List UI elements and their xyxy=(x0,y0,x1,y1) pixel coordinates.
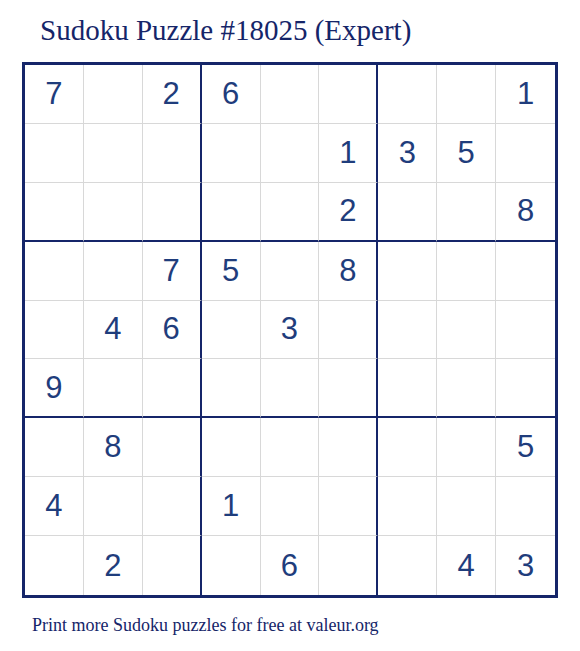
sudoku-cell-r4c3: 7 xyxy=(143,242,202,301)
sudoku-cell-r5c1 xyxy=(25,301,84,360)
sudoku-cell-r6c3 xyxy=(143,359,202,418)
sudoku-cell-r8c7 xyxy=(378,477,437,536)
sudoku-cell-r3c9: 8 xyxy=(496,183,555,242)
sudoku-cell-r4c5 xyxy=(261,242,320,301)
sudoku-cell-r6c1: 9 xyxy=(25,359,84,418)
sudoku-cell-r9c7 xyxy=(378,536,437,595)
sudoku-cell-r6c4 xyxy=(202,359,261,418)
sudoku-cell-r1c3: 2 xyxy=(143,65,202,124)
sudoku-cell-r1c4: 6 xyxy=(202,65,261,124)
sudoku-cell-r9c2: 2 xyxy=(84,536,143,595)
sudoku-cell-r3c5 xyxy=(261,183,320,242)
sudoku-cell-r3c8 xyxy=(437,183,496,242)
sudoku-cell-r7c4 xyxy=(202,418,261,477)
sudoku-cell-r3c2 xyxy=(84,183,143,242)
sudoku-cell-r9c5: 6 xyxy=(261,536,320,595)
sudoku-cell-r9c4 xyxy=(202,536,261,595)
sudoku-cell-r9c9: 3 xyxy=(496,536,555,595)
sudoku-cell-r2c6: 1 xyxy=(319,124,378,183)
sudoku-cell-r8c4: 1 xyxy=(202,477,261,536)
sudoku-cell-r9c8: 4 xyxy=(437,536,496,595)
sudoku-cell-r6c8 xyxy=(437,359,496,418)
sudoku-cell-r9c1 xyxy=(25,536,84,595)
sudoku-cell-r8c8 xyxy=(437,477,496,536)
sudoku-cell-r2c7: 3 xyxy=(378,124,437,183)
sudoku-cell-r4c7 xyxy=(378,242,437,301)
sudoku-cell-r6c9 xyxy=(496,359,555,418)
sudoku-board: 726113528758463985412643 xyxy=(22,62,558,598)
sudoku-cell-r2c9 xyxy=(496,124,555,183)
sudoku-cell-r1c9: 1 xyxy=(496,65,555,124)
sudoku-cell-r6c2 xyxy=(84,359,143,418)
sudoku-cell-r1c6 xyxy=(319,65,378,124)
sudoku-cell-r2c1 xyxy=(25,124,84,183)
sudoku-cell-r1c5 xyxy=(261,65,320,124)
sudoku-cell-r5c6 xyxy=(319,301,378,360)
sudoku-cell-r4c4: 5 xyxy=(202,242,261,301)
sudoku-cell-r2c8: 5 xyxy=(437,124,496,183)
sudoku-cell-r2c3 xyxy=(143,124,202,183)
sudoku-cell-r4c1 xyxy=(25,242,84,301)
sudoku-cell-r3c1 xyxy=(25,183,84,242)
sudoku-cell-r7c7 xyxy=(378,418,437,477)
sudoku-cell-r4c8 xyxy=(437,242,496,301)
sudoku-cell-r3c3 xyxy=(143,183,202,242)
sudoku-cell-r8c6 xyxy=(319,477,378,536)
sudoku-cell-r6c5 xyxy=(261,359,320,418)
sudoku-cell-r1c2 xyxy=(84,65,143,124)
sudoku-cell-r1c8 xyxy=(437,65,496,124)
sudoku-cell-r1c7 xyxy=(378,65,437,124)
sudoku-cell-r1c1: 7 xyxy=(25,65,84,124)
footer-note: Print more Sudoku puzzles for free at va… xyxy=(32,615,379,636)
sudoku-cell-r4c9 xyxy=(496,242,555,301)
sudoku-cell-r7c8 xyxy=(437,418,496,477)
sudoku-cell-r4c6: 8 xyxy=(319,242,378,301)
sudoku-cell-r8c1: 4 xyxy=(25,477,84,536)
sudoku-cell-r2c5 xyxy=(261,124,320,183)
sudoku-cell-r6c6 xyxy=(319,359,378,418)
sudoku-cell-r8c3 xyxy=(143,477,202,536)
page-title: Sudoku Puzzle #18025 (Expert) xyxy=(40,14,411,47)
sudoku-cell-r5c8 xyxy=(437,301,496,360)
sudoku-cell-r5c3: 6 xyxy=(143,301,202,360)
sudoku-cell-r8c2 xyxy=(84,477,143,536)
sudoku-cell-r3c4 xyxy=(202,183,261,242)
sudoku-cell-r7c5 xyxy=(261,418,320,477)
sudoku-cell-r9c6 xyxy=(319,536,378,595)
sudoku-cell-r8c9 xyxy=(496,477,555,536)
sudoku-cell-r2c4 xyxy=(202,124,261,183)
sudoku-cell-r3c6: 2 xyxy=(319,183,378,242)
sudoku-cell-r2c2 xyxy=(84,124,143,183)
sudoku-cell-r7c9: 5 xyxy=(496,418,555,477)
sudoku-cell-r5c4 xyxy=(202,301,261,360)
sudoku-cell-r3c7 xyxy=(378,183,437,242)
sudoku-cell-r6c7 xyxy=(378,359,437,418)
sudoku-cell-r4c2 xyxy=(84,242,143,301)
sudoku-cell-r7c1 xyxy=(25,418,84,477)
sudoku-cell-r9c3 xyxy=(143,536,202,595)
sudoku-cell-r5c5: 3 xyxy=(261,301,320,360)
sudoku-cell-r7c6 xyxy=(319,418,378,477)
sudoku-cell-r5c9 xyxy=(496,301,555,360)
sudoku-cell-r7c2: 8 xyxy=(84,418,143,477)
sudoku-cell-r7c3 xyxy=(143,418,202,477)
sudoku-cell-r5c2: 4 xyxy=(84,301,143,360)
sudoku-cell-r5c7 xyxy=(378,301,437,360)
sudoku-cell-r8c5 xyxy=(261,477,320,536)
